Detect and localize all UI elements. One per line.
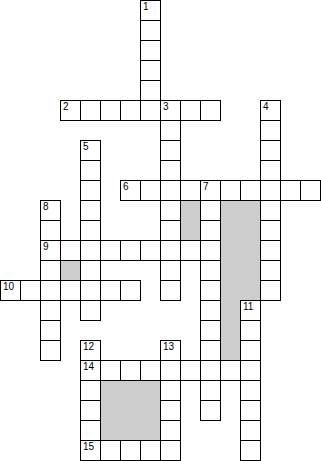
letter-cell-c4r20[interactable] [80, 400, 101, 421]
blocked-cell [120, 400, 141, 421]
blocked-cell [100, 400, 121, 421]
letter-cell-c0r14[interactable]: 10 [0, 280, 21, 301]
letter-cell-c7r9[interactable] [140, 180, 161, 201]
blocked-cell [120, 420, 141, 441]
letter-cell-c7r22[interactable] [140, 440, 161, 461]
letter-cell-c13r12[interactable] [260, 240, 281, 261]
blocked-cell [220, 340, 241, 361]
letter-cell-c10r11[interactable] [200, 220, 221, 241]
letter-cell-c13r8[interactable] [260, 160, 281, 181]
letter-cell-c10r15[interactable] [200, 300, 221, 321]
letter-cell-c4r8[interactable] [80, 160, 101, 181]
letter-cell-c6r5[interactable] [120, 100, 141, 121]
letter-cell-c8r17[interactable]: 13 [160, 340, 181, 361]
blocked-cell [100, 420, 121, 441]
letter-cell-c14r9[interactable] [280, 180, 301, 201]
letter-cell-c4r5[interactable] [80, 100, 101, 121]
clue-number-7: 7 [203, 181, 209, 192]
letter-cell-c10r17[interactable] [200, 340, 221, 361]
clue-number-15: 15 [83, 441, 94, 452]
letter-cell-c10r12[interactable] [200, 240, 221, 261]
letter-cell-c8r20[interactable] [160, 400, 181, 421]
letter-cell-c8r12[interactable] [160, 240, 181, 261]
clue-number-10: 10 [3, 281, 14, 292]
letter-cell-c7r1[interactable] [140, 20, 161, 41]
letter-cell-c5r5[interactable] [100, 100, 121, 121]
letter-cell-c13r5[interactable]: 4 [260, 100, 281, 121]
letter-cell-c10r5[interactable] [200, 100, 221, 121]
letter-cell-c11r18[interactable] [220, 360, 241, 381]
letter-cell-c7r5[interactable] [140, 100, 161, 121]
letter-cell-c2r16[interactable] [40, 320, 61, 341]
letter-cell-c8r10[interactable] [160, 200, 181, 221]
letter-cell-c3r5[interactable]: 2 [60, 100, 81, 121]
letter-cell-c8r19[interactable] [160, 380, 181, 401]
clue-number-14: 14 [83, 361, 94, 372]
letter-cell-c13r7[interactable] [260, 140, 281, 161]
letter-cell-c13r11[interactable] [260, 220, 281, 241]
letter-cell-c3r12[interactable] [60, 240, 81, 261]
blocked-cell [60, 260, 81, 281]
letter-cell-c5r14[interactable] [100, 280, 121, 301]
blocked-cell [240, 260, 261, 281]
letter-cell-c11r9[interactable] [220, 180, 241, 201]
letter-cell-c6r22[interactable] [120, 440, 141, 461]
clue-number-13: 13 [163, 341, 174, 352]
letter-cell-c10r13[interactable] [200, 260, 221, 281]
letter-cell-c9r12[interactable] [180, 240, 201, 261]
letter-cell-c7r4[interactable] [140, 80, 161, 101]
crossword-grid: 123456789101112131415 [0, 0, 321, 461]
letter-cell-c6r9[interactable]: 6 [120, 180, 141, 201]
letter-cell-c9r5[interactable] [180, 100, 201, 121]
clue-number-12: 12 [83, 341, 94, 352]
letter-cell-c4r9[interactable] [80, 180, 101, 201]
blocked-cell [140, 400, 161, 421]
letter-cell-c4r15[interactable] [80, 300, 101, 321]
letter-cell-c7r3[interactable] [140, 60, 161, 81]
clue-number-3: 3 [163, 101, 169, 112]
blocked-cell [220, 320, 241, 341]
letter-cell-c5r22[interactable] [100, 440, 121, 461]
letter-cell-c9r9[interactable] [180, 180, 201, 201]
letter-cell-c4r11[interactable] [80, 220, 101, 241]
blocked-cell [100, 380, 121, 401]
blocked-cell [220, 260, 241, 281]
letter-cell-c10r20[interactable] [200, 400, 221, 421]
letter-cell-c4r18[interactable]: 14 [80, 360, 101, 381]
letter-cell-c6r18[interactable] [120, 360, 141, 381]
blocked-cell [140, 420, 161, 441]
letter-cell-c4r19[interactable] [80, 380, 101, 401]
letter-cell-c7r18[interactable] [140, 360, 161, 381]
blocked-cell [180, 220, 201, 241]
letter-cell-c5r18[interactable] [100, 360, 121, 381]
letter-cell-c13r10[interactable] [260, 200, 281, 221]
clue-number-5: 5 [83, 141, 89, 152]
letter-cell-c8r6[interactable] [160, 120, 181, 141]
blocked-cell [240, 280, 261, 301]
letter-cell-c8r13[interactable] [160, 260, 181, 281]
letter-cell-c2r12[interactable]: 9 [40, 240, 61, 261]
letter-cell-c12r9[interactable] [240, 180, 261, 201]
clue-number-2: 2 [63, 101, 69, 112]
blocked-cell [220, 280, 241, 301]
clue-number-6: 6 [123, 181, 129, 192]
letter-cell-c13r6[interactable] [260, 120, 281, 141]
letter-cell-c15r9[interactable] [300, 180, 321, 201]
clue-number-9: 9 [43, 241, 49, 252]
letter-cell-c6r12[interactable] [120, 240, 141, 261]
letter-cell-c8r18[interactable] [160, 360, 181, 381]
clue-number-8: 8 [43, 201, 49, 212]
letter-cell-c7r0[interactable]: 1 [140, 0, 161, 21]
letter-cell-c7r12[interactable] [140, 240, 161, 261]
letter-cell-c12r17[interactable] [240, 340, 261, 361]
letter-cell-c8r7[interactable] [160, 140, 181, 161]
letter-cell-c13r13[interactable] [260, 260, 281, 281]
blocked-cell [140, 380, 161, 401]
letter-cell-c10r9[interactable]: 7 [200, 180, 221, 201]
page: 123456789101112131415 [0, 0, 321, 461]
letter-cell-c2r10[interactable]: 8 [40, 200, 61, 221]
blocked-cell [180, 200, 201, 221]
letter-cell-c12r19[interactable] [240, 380, 261, 401]
letter-cell-c12r20[interactable] [240, 400, 261, 421]
letter-cell-c4r22[interactable]: 15 [80, 440, 101, 461]
letter-cell-c8r22[interactable] [160, 440, 181, 461]
blocked-cell [220, 300, 241, 321]
letter-cell-c2r13[interactable] [40, 260, 61, 281]
blocked-cell [240, 240, 261, 261]
letter-cell-c2r17[interactable] [40, 340, 61, 361]
letter-cell-c10r10[interactable] [200, 200, 221, 221]
clue-number-1: 1 [143, 1, 149, 12]
letter-cell-c10r19[interactable] [200, 380, 221, 401]
letter-cell-c5r12[interactable] [100, 240, 121, 261]
letter-cell-c8r5[interactable]: 3 [160, 100, 181, 121]
letter-cell-c8r21[interactable] [160, 420, 181, 441]
clue-number-11: 11 [243, 301, 253, 312]
letter-cell-c12r22[interactable] [240, 440, 261, 461]
letter-cell-c13r9[interactable] [260, 180, 281, 201]
letter-cell-c4r17[interactable]: 12 [80, 340, 101, 361]
clue-number-4: 4 [263, 101, 269, 112]
letter-cell-c8r14[interactable] [160, 280, 181, 301]
letter-cell-c6r14[interactable] [120, 280, 141, 301]
letter-cell-c8r9[interactable] [160, 180, 181, 201]
letter-cell-c4r7[interactable]: 5 [80, 140, 101, 161]
letter-cell-c4r21[interactable] [80, 420, 101, 441]
letter-cell-c12r16[interactable] [240, 320, 261, 341]
blocked-cell [220, 240, 241, 261]
letter-cell-c12r15[interactable]: 11 [240, 300, 261, 321]
letter-cell-c8r11[interactable] [160, 220, 181, 241]
letter-cell-c2r14[interactable] [40, 280, 61, 301]
letter-cell-c7r2[interactable] [140, 40, 161, 61]
letter-cell-c4r12[interactable] [80, 240, 101, 261]
blocked-cell [240, 200, 261, 221]
blocked-cell [240, 220, 261, 241]
letter-cell-c9r18[interactable] [180, 360, 201, 381]
letter-cell-c10r14[interactable] [200, 280, 221, 301]
blocked-cell [120, 380, 141, 401]
letter-cell-c2r15[interactable] [40, 300, 61, 321]
letter-cell-c10r18[interactable] [200, 360, 221, 381]
letter-cell-c4r10[interactable] [80, 200, 101, 221]
letter-cell-c1r14[interactable] [20, 280, 41, 301]
letter-cell-c12r21[interactable] [240, 420, 261, 441]
letter-cell-c13r14[interactable] [260, 280, 281, 301]
letter-cell-c8r8[interactable] [160, 160, 181, 181]
letter-cell-c12r18[interactable] [240, 360, 261, 381]
blocked-cell [220, 200, 241, 221]
letter-cell-c3r14[interactable] [60, 280, 81, 301]
letter-cell-c4r13[interactable] [80, 260, 101, 281]
letter-cell-c4r14[interactable] [80, 280, 101, 301]
blocked-cell [220, 220, 241, 241]
letter-cell-c2r11[interactable] [40, 220, 61, 241]
letter-cell-c10r16[interactable] [200, 320, 221, 341]
